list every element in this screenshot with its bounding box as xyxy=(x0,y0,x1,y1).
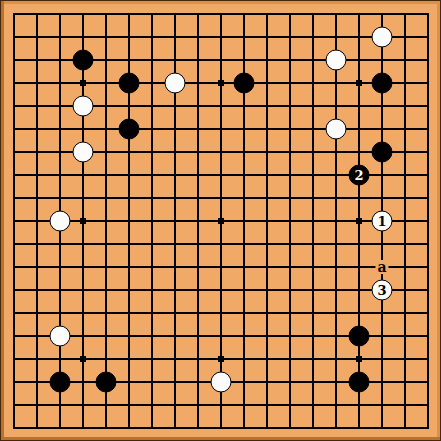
stone-black[interactable] xyxy=(234,73,255,94)
star-point xyxy=(80,80,86,86)
stone-black-move-2[interactable]: 2 xyxy=(349,165,370,186)
star-point xyxy=(218,218,224,224)
star-point xyxy=(356,80,362,86)
stone-black[interactable] xyxy=(119,119,140,140)
star-point xyxy=(80,218,86,224)
stone-white[interactable] xyxy=(73,142,94,163)
stone-white[interactable] xyxy=(211,372,232,393)
stone-white-move-1[interactable]: 1 xyxy=(372,211,393,232)
stone-black[interactable] xyxy=(73,50,94,71)
stone-white-move-3[interactable]: 3 xyxy=(372,280,393,301)
move-number-label: 2 xyxy=(354,169,363,182)
stone-black[interactable] xyxy=(372,73,393,94)
stone-white[interactable] xyxy=(372,27,393,48)
move-number-label: 3 xyxy=(377,284,386,297)
stone-white[interactable] xyxy=(326,50,347,71)
stone-black[interactable] xyxy=(349,326,370,347)
stone-white[interactable] xyxy=(50,211,71,232)
stone-black[interactable] xyxy=(372,142,393,163)
move-number-label: 1 xyxy=(377,215,386,228)
stone-black[interactable] xyxy=(119,73,140,94)
stone-black[interactable] xyxy=(349,372,370,393)
star-point xyxy=(356,356,362,362)
star-point xyxy=(218,80,224,86)
stone-white[interactable] xyxy=(165,73,186,94)
star-point xyxy=(356,218,362,224)
stone-white[interactable] xyxy=(73,96,94,117)
star-point xyxy=(218,356,224,362)
point-label-a[interactable]: a xyxy=(375,260,388,274)
stone-black[interactable] xyxy=(50,372,71,393)
star-point xyxy=(80,356,86,362)
go-board[interactable]: 213a xyxy=(0,0,441,441)
stone-white[interactable] xyxy=(50,326,71,347)
stone-black[interactable] xyxy=(96,372,117,393)
stone-white[interactable] xyxy=(326,119,347,140)
